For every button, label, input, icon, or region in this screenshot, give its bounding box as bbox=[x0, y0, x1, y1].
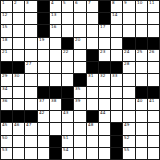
black-cell bbox=[148, 38, 159, 49]
grid-cell[interactable]: 9 bbox=[123, 1, 134, 12]
grid-cell[interactable] bbox=[13, 148, 24, 159]
grid-cell[interactable]: 6 bbox=[74, 1, 85, 12]
black-cell bbox=[38, 13, 49, 24]
black-cell bbox=[111, 136, 122, 147]
grid-cell[interactable] bbox=[13, 38, 24, 49]
grid-cell[interactable]: 12 bbox=[1, 13, 12, 24]
grid-cell[interactable] bbox=[99, 148, 110, 159]
grid-cell[interactable]: 15 bbox=[1, 25, 12, 36]
grid-cell[interactable]: 2 bbox=[13, 1, 24, 12]
grid-cell[interactable] bbox=[148, 123, 159, 134]
grid-cell[interactable]: 32 bbox=[99, 74, 110, 85]
clue-number: 10 bbox=[137, 1, 142, 5]
grid-cell[interactable] bbox=[148, 111, 159, 122]
grid-cell[interactable] bbox=[74, 136, 85, 147]
black-cell bbox=[111, 148, 122, 159]
clue-number: 19 bbox=[39, 38, 44, 42]
grid-cell[interactable] bbox=[13, 87, 24, 98]
grid-cell[interactable]: 24 bbox=[123, 50, 134, 61]
grid-cell[interactable] bbox=[87, 136, 98, 147]
grid-cell[interactable] bbox=[13, 50, 24, 61]
grid-cell[interactable] bbox=[50, 50, 61, 61]
clue-number: 27 bbox=[26, 62, 31, 66]
grid-cell[interactable] bbox=[136, 136, 147, 147]
black-cell bbox=[13, 111, 24, 122]
clue-number: 55 bbox=[124, 148, 129, 152]
clue-number: 11 bbox=[149, 1, 154, 5]
grid-cell[interactable] bbox=[25, 25, 36, 36]
grid-cell[interactable] bbox=[148, 74, 159, 85]
grid-cell[interactable]: 41 bbox=[148, 99, 159, 110]
grid-cell[interactable] bbox=[74, 123, 85, 134]
grid-cell[interactable] bbox=[25, 13, 36, 24]
grid-cell[interactable] bbox=[74, 25, 85, 36]
grid-cell[interactable]: 53 bbox=[1, 148, 12, 159]
grid-cell[interactable] bbox=[25, 87, 36, 98]
black-cell bbox=[50, 136, 61, 147]
grid-cell[interactable] bbox=[148, 136, 159, 147]
clue-number: 46 bbox=[14, 123, 19, 127]
grid-cell[interactable]: 23 bbox=[99, 50, 110, 61]
clue-number: 53 bbox=[2, 148, 7, 152]
grid-cell[interactable] bbox=[38, 74, 49, 85]
black-cell bbox=[87, 62, 98, 73]
clue-number: 40 bbox=[137, 99, 142, 103]
clue-number: 34 bbox=[2, 87, 7, 91]
black-cell bbox=[62, 38, 73, 49]
black-cell bbox=[38, 87, 49, 98]
grid-cell[interactable]: 48 bbox=[87, 123, 98, 134]
clue-number: 16 bbox=[51, 25, 56, 29]
grid-cell[interactable]: 52 bbox=[123, 136, 134, 147]
clue-number: 5 bbox=[63, 1, 66, 5]
clue-number: 1 bbox=[2, 1, 5, 5]
black-cell bbox=[38, 1, 49, 12]
grid-cell[interactable]: 28 bbox=[123, 62, 134, 73]
grid-cell[interactable]: 40 bbox=[136, 99, 147, 110]
grid-cell[interactable]: 35 bbox=[74, 87, 85, 98]
grid-cell[interactable] bbox=[87, 25, 98, 36]
clue-number: 29 bbox=[2, 74, 7, 78]
grid-cell[interactable]: 39 bbox=[74, 99, 85, 110]
grid-cell[interactable] bbox=[123, 74, 134, 85]
clue-number: 45 bbox=[2, 123, 7, 127]
grid-cell[interactable]: 27 bbox=[25, 62, 36, 73]
grid-cell[interactable]: 34 bbox=[1, 87, 12, 98]
grid-cell[interactable] bbox=[136, 111, 147, 122]
grid-cell[interactable] bbox=[25, 148, 36, 159]
grid-cell[interactable] bbox=[25, 99, 36, 110]
black-cell bbox=[99, 13, 110, 24]
clue-number: 52 bbox=[124, 136, 129, 140]
clue-number: 25 bbox=[137, 50, 142, 54]
grid-cell[interactable] bbox=[50, 123, 61, 134]
black-cell bbox=[123, 38, 134, 49]
clue-number: 35 bbox=[75, 87, 80, 91]
black-cell bbox=[1, 111, 12, 122]
grid-cell[interactable] bbox=[87, 13, 98, 24]
clue-number: 42 bbox=[39, 111, 44, 115]
grid-cell[interactable] bbox=[50, 111, 61, 122]
grid-cell[interactable]: 54 bbox=[62, 148, 73, 159]
grid-cell[interactable] bbox=[38, 136, 49, 147]
clue-number: 44 bbox=[100, 111, 105, 115]
grid-cell[interactable] bbox=[74, 148, 85, 159]
clue-number: 43 bbox=[63, 111, 68, 115]
grid-cell[interactable] bbox=[123, 99, 134, 110]
grid-cell[interactable] bbox=[99, 99, 110, 110]
clue-number: 17 bbox=[100, 25, 105, 29]
black-cell bbox=[1, 62, 12, 73]
black-cell bbox=[50, 148, 61, 159]
clue-number: 32 bbox=[100, 74, 105, 78]
grid-cell[interactable]: 19 bbox=[38, 38, 49, 49]
grid-cell[interactable] bbox=[99, 87, 110, 98]
grid-cell[interactable]: 18 bbox=[1, 38, 12, 49]
grid-cell[interactable]: 37 bbox=[38, 99, 49, 110]
grid-cell[interactable] bbox=[13, 99, 24, 110]
grid-cell[interactable] bbox=[87, 38, 98, 49]
grid-cell[interactable]: 31 bbox=[87, 74, 98, 85]
grid-cell[interactable] bbox=[50, 62, 61, 73]
grid-cell[interactable]: 3 bbox=[25, 1, 36, 12]
clue-number: 51 bbox=[63, 136, 68, 140]
grid-cell[interactable]: 29 bbox=[1, 74, 12, 85]
grid-cell[interactable] bbox=[111, 38, 122, 49]
black-cell bbox=[148, 87, 159, 98]
black-cell bbox=[87, 50, 98, 61]
clue-number: 8 bbox=[112, 1, 115, 5]
grid-cell[interactable]: 45 bbox=[1, 123, 12, 134]
grid-cell[interactable]: 44 bbox=[99, 111, 110, 122]
grid-cell[interactable]: 21 bbox=[1, 50, 12, 61]
grid-cell[interactable] bbox=[38, 62, 49, 73]
clue-number: 18 bbox=[2, 38, 7, 42]
clue-number: 50 bbox=[2, 136, 7, 140]
grid-cell[interactable]: 10 bbox=[136, 1, 147, 12]
clue-number: 30 bbox=[14, 74, 19, 78]
grid-cell[interactable]: 20 bbox=[74, 38, 85, 49]
grid-cell[interactable] bbox=[13, 13, 24, 24]
clue-number: 31 bbox=[88, 74, 93, 78]
clue-number: 54 bbox=[63, 148, 68, 152]
crossword-grid: 1234567891011121314151617181920212223242… bbox=[0, 0, 160, 160]
clue-number: 38 bbox=[51, 99, 56, 103]
grid-cell[interactable] bbox=[87, 148, 98, 159]
grid-cell[interactable] bbox=[111, 50, 122, 61]
grid-cell[interactable]: 26 bbox=[148, 50, 159, 61]
grid-cell[interactable] bbox=[111, 25, 122, 36]
clue-number: 22 bbox=[63, 50, 68, 54]
clue-number: 48 bbox=[88, 123, 93, 127]
clue-number: 37 bbox=[39, 99, 44, 103]
clue-number: 7 bbox=[88, 1, 91, 5]
clue-number: 6 bbox=[75, 1, 78, 5]
grid-cell[interactable]: 46 bbox=[13, 123, 24, 134]
grid-cell[interactable] bbox=[136, 123, 147, 134]
black-cell bbox=[50, 87, 61, 98]
grid-cell[interactable] bbox=[74, 111, 85, 122]
grid-cell[interactable]: 5 bbox=[62, 1, 73, 12]
clue-number: 47 bbox=[26, 123, 31, 127]
grid-cell[interactable]: 14 bbox=[111, 13, 122, 24]
grid-cell[interactable] bbox=[38, 123, 49, 134]
grid-cell[interactable]: 11 bbox=[148, 1, 159, 12]
grid-cell[interactable]: 25 bbox=[136, 50, 147, 61]
grid-cell[interactable]: 33 bbox=[111, 74, 122, 85]
grid-cell[interactable] bbox=[111, 111, 122, 122]
black-cell bbox=[136, 38, 147, 49]
grid-cell[interactable]: 55 bbox=[123, 148, 134, 159]
grid-cell[interactable]: 8 bbox=[111, 1, 122, 12]
grid-cell[interactable] bbox=[99, 123, 110, 134]
clue-number: 13 bbox=[51, 13, 56, 17]
grid-cell[interactable] bbox=[136, 25, 147, 36]
clue-number: 21 bbox=[2, 50, 7, 54]
grid-cell[interactable] bbox=[25, 136, 36, 147]
grid-cell[interactable] bbox=[123, 13, 134, 24]
grid-cell[interactable] bbox=[123, 111, 134, 122]
grid-cell[interactable] bbox=[148, 13, 159, 24]
black-cell bbox=[99, 1, 110, 12]
grid-cell[interactable] bbox=[148, 25, 159, 36]
grid-cell[interactable]: 1 bbox=[1, 1, 12, 12]
clue-number: 49 bbox=[124, 123, 129, 127]
grid-cell[interactable] bbox=[123, 87, 134, 98]
grid-cell[interactable] bbox=[62, 62, 73, 73]
grid-cell[interactable] bbox=[87, 99, 98, 110]
grid-cell[interactable] bbox=[87, 87, 98, 98]
black-cell bbox=[62, 99, 73, 110]
black-cell bbox=[62, 87, 73, 98]
grid-cell[interactable] bbox=[50, 38, 61, 49]
clue-number: 36 bbox=[2, 99, 7, 103]
grid-cell[interactable] bbox=[74, 13, 85, 24]
grid-cell[interactable] bbox=[62, 13, 73, 24]
clue-number: 26 bbox=[149, 50, 154, 54]
grid-cell[interactable] bbox=[38, 50, 49, 61]
grid-cell[interactable] bbox=[38, 148, 49, 159]
black-cell bbox=[136, 87, 147, 98]
clue-number: 2 bbox=[14, 1, 17, 5]
clue-number: 28 bbox=[124, 62, 129, 66]
black-cell bbox=[13, 62, 24, 73]
grid-cell[interactable] bbox=[148, 62, 159, 73]
grid-cell[interactable] bbox=[136, 74, 147, 85]
grid-cell[interactable]: 30 bbox=[13, 74, 24, 85]
grid-cell[interactable] bbox=[136, 148, 147, 159]
grid-cell[interactable]: 51 bbox=[62, 136, 73, 147]
grid-cell[interactable]: 50 bbox=[1, 136, 12, 147]
grid-cell[interactable] bbox=[13, 25, 24, 36]
black-cell bbox=[111, 62, 122, 73]
clue-number: 20 bbox=[75, 38, 80, 42]
grid-cell[interactable]: 7 bbox=[87, 1, 98, 12]
grid-cell[interactable] bbox=[74, 50, 85, 61]
grid-cell[interactable] bbox=[148, 148, 159, 159]
grid-cell[interactable]: 16 bbox=[50, 25, 61, 36]
grid-cell[interactable] bbox=[111, 87, 122, 98]
grid-cell[interactable] bbox=[62, 74, 73, 85]
grid-cell[interactable] bbox=[25, 50, 36, 61]
grid-cell[interactable]: 38 bbox=[50, 99, 61, 110]
grid-cell[interactable]: 43 bbox=[62, 111, 73, 122]
grid-cell[interactable]: 49 bbox=[123, 123, 134, 134]
grid-cell[interactable] bbox=[99, 136, 110, 147]
clue-number: 3 bbox=[26, 1, 29, 5]
black-cell bbox=[87, 111, 98, 122]
black-cell bbox=[99, 62, 110, 73]
grid-cell[interactable] bbox=[136, 62, 147, 73]
grid-cell[interactable] bbox=[50, 74, 61, 85]
grid-cell[interactable]: 47 bbox=[25, 123, 36, 134]
grid-cell[interactable] bbox=[111, 99, 122, 110]
grid-cell[interactable] bbox=[136, 13, 147, 24]
grid-cell[interactable]: 13 bbox=[50, 13, 61, 24]
grid-cell[interactable]: 36 bbox=[1, 99, 12, 110]
grid-cell[interactable] bbox=[62, 123, 73, 134]
grid-cell[interactable] bbox=[13, 136, 24, 147]
grid-cell[interactable] bbox=[123, 25, 134, 36]
clue-number: 24 bbox=[124, 50, 129, 54]
black-cell bbox=[25, 111, 36, 122]
clue-number: 9 bbox=[124, 1, 127, 5]
grid-cell[interactable]: 17 bbox=[99, 25, 110, 36]
clue-number: 41 bbox=[149, 99, 154, 103]
grid-cell[interactable]: 22 bbox=[62, 50, 73, 61]
black-cell bbox=[111, 123, 122, 134]
clue-number: 14 bbox=[112, 13, 117, 17]
clue-number: 39 bbox=[75, 99, 80, 103]
black-cell bbox=[38, 25, 49, 36]
grid-cell[interactable]: 4 bbox=[50, 1, 61, 12]
clue-number: 33 bbox=[112, 74, 117, 78]
grid-cell[interactable] bbox=[25, 74, 36, 85]
grid-cell[interactable]: 42 bbox=[38, 111, 49, 122]
grid-cell[interactable] bbox=[25, 38, 36, 49]
clue-number: 12 bbox=[2, 13, 7, 17]
grid-cell[interactable] bbox=[62, 25, 73, 36]
clue-number: 15 bbox=[2, 25, 7, 29]
clue-number: 4 bbox=[51, 1, 54, 5]
grid-cell[interactable] bbox=[99, 38, 110, 49]
clue-number: 23 bbox=[100, 50, 105, 54]
black-cell bbox=[74, 74, 85, 85]
grid-cell[interactable] bbox=[74, 62, 85, 73]
